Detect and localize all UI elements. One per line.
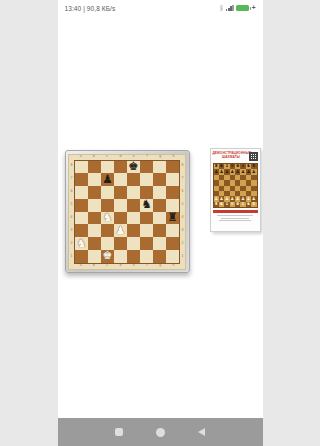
- black-rook: ♜: [167, 212, 177, 224]
- file-labels-bottom: abcdefgh: [74, 264, 180, 269]
- coord-label: 3: [71, 229, 73, 233]
- coord-label: 5: [182, 203, 184, 207]
- black-mini-piece: ♟: [241, 170, 245, 174]
- square-e6: [127, 186, 140, 199]
- status-icons: ᛒ +: [219, 5, 255, 12]
- square-h5: [166, 199, 179, 212]
- square-e8: ♚: [127, 161, 140, 174]
- phone-screen: 13:40 | 90,8 КБ/s ᛒ + abcdefgh 87654321 …: [58, 0, 263, 446]
- square-g4: [153, 212, 166, 225]
- square-c6: [101, 186, 114, 199]
- square-a6: [75, 186, 88, 199]
- rank-labels-right: 87654321: [180, 160, 185, 264]
- coord-label: b: [93, 264, 95, 268]
- white-mini-piece: ♟: [236, 197, 240, 201]
- square-h7: [166, 173, 179, 186]
- square-c7: ♟: [101, 173, 114, 186]
- coord-label: 4: [182, 216, 184, 220]
- square-b2: [88, 237, 101, 250]
- black-knight: ♞: [141, 199, 151, 211]
- coord-label: 7: [71, 177, 73, 181]
- coord-label: 4: [71, 216, 73, 220]
- square-b1: [88, 250, 101, 263]
- square-a3: [75, 224, 88, 237]
- white-knight: ♞: [102, 212, 112, 224]
- square-d3: ♟: [114, 224, 127, 237]
- home-button-icon[interactable]: [156, 428, 165, 437]
- coord-label: a: [80, 264, 82, 268]
- packaging-title-line2: ШАХМАТЫ: [213, 155, 250, 159]
- white-mini-piece: ♟: [246, 197, 250, 201]
- square-a1: [75, 250, 88, 263]
- square-g7: [153, 173, 166, 186]
- white-mini-piece: ♟: [225, 197, 229, 201]
- android-nav-bar: [58, 418, 263, 446]
- black-king: ♚: [128, 161, 138, 173]
- coord-label: g: [159, 264, 161, 268]
- coord-label: f: [146, 155, 147, 159]
- coord-label: c: [106, 155, 108, 159]
- coord-label: f: [146, 264, 147, 268]
- square-a5: [75, 199, 88, 212]
- square-b7: [88, 173, 101, 186]
- square-f7: [140, 173, 153, 186]
- coord-label: 3: [182, 229, 184, 233]
- coord-label: a: [80, 155, 82, 159]
- coord-label: c: [106, 264, 108, 268]
- coord-label: e: [133, 264, 135, 268]
- black-mini-piece: ♞: [220, 164, 224, 168]
- coord-label: g: [159, 155, 161, 159]
- demo-chess-board-photo[interactable]: abcdefgh 87654321 ♚♟♞♞♜♟♞♚ 87654321 abcd…: [65, 150, 190, 273]
- back-button-icon[interactable]: [198, 428, 205, 436]
- black-mini-piece: ♜: [252, 164, 256, 168]
- white-mini-piece: ♚: [236, 202, 240, 206]
- bluetooth-icon: ᛒ: [219, 5, 223, 12]
- square-b3: [88, 224, 101, 237]
- black-mini-piece: ♚: [236, 164, 240, 168]
- square-c4: ♞: [101, 212, 114, 225]
- square-e7: [127, 173, 140, 186]
- white-mini-piece: ♜: [252, 202, 256, 206]
- black-mini-piece: ♟: [214, 170, 218, 174]
- square-d1: [114, 250, 127, 263]
- coord-label: 2: [182, 242, 184, 246]
- white-pawn: ♟: [115, 224, 125, 236]
- coord-label: 8: [71, 164, 73, 168]
- signal-icon: [226, 5, 234, 11]
- square-e3: [127, 224, 140, 237]
- square-d2: [114, 237, 127, 250]
- product-packaging-photo[interactable]: ДЕМОНСТРАЦИОННЫЕ ШАХМАТЫ ♜♞♝♛♚♝♞♜♟♟♟♟♟♟♟…: [210, 148, 261, 232]
- mini-square: ♜: [251, 202, 256, 207]
- battery-icon: [236, 5, 249, 12]
- status-time-and-speed: 13:40 | 90,8 КБ/s: [65, 5, 116, 12]
- coord-label: 2: [71, 242, 73, 246]
- coord-label: 1: [182, 255, 184, 259]
- white-mini-piece: ♝: [225, 202, 229, 206]
- black-mini-piece: ♟: [230, 170, 234, 174]
- chess-board-grid: ♚♟♞♞♜♟♞♚: [74, 160, 180, 264]
- black-mini-piece: ♝: [241, 164, 245, 168]
- square-e4: [127, 212, 140, 225]
- square-f4: [140, 212, 153, 225]
- qr-code-icon: [249, 152, 258, 161]
- white-mini-piece: ♝: [241, 202, 245, 206]
- coord-label: b: [93, 155, 95, 159]
- black-mini-piece: ♞: [246, 164, 250, 168]
- square-c1: ♚: [101, 250, 114, 263]
- square-g2: [153, 237, 166, 250]
- square-b5: [88, 199, 101, 212]
- square-e5: [127, 199, 140, 212]
- coord-label: d: [119, 155, 121, 159]
- white-mini-piece: ♜: [214, 202, 218, 206]
- black-mini-piece: ♜: [214, 164, 218, 168]
- square-h8: [166, 161, 179, 174]
- coord-label: 5: [71, 203, 73, 207]
- white-mini-piece: ♟: [241, 197, 245, 201]
- square-f8: [140, 161, 153, 174]
- packaging-header: ДЕМОНСТРАЦИОННЫЕ ШАХМАТЫ: [213, 151, 258, 162]
- packaging-red-stripe: [213, 210, 258, 213]
- black-mini-piece: ♟: [220, 170, 224, 174]
- square-b4: [88, 212, 101, 225]
- plus-icon: +: [252, 5, 256, 12]
- square-g3: [153, 224, 166, 237]
- square-g5: [153, 199, 166, 212]
- coord-label: 1: [71, 255, 73, 259]
- square-h3: [166, 224, 179, 237]
- square-g6: [153, 186, 166, 199]
- black-pawn: ♟: [102, 173, 112, 185]
- white-mini-piece: ♛: [230, 202, 234, 206]
- square-a8: [75, 161, 88, 174]
- white-mini-piece: ♟: [214, 197, 218, 201]
- square-c3: [101, 224, 114, 237]
- white-king: ♚: [102, 250, 112, 262]
- coord-label: 6: [182, 190, 184, 194]
- square-a2: ♞: [75, 237, 88, 250]
- square-f1: [140, 250, 153, 263]
- square-d8: [114, 161, 127, 174]
- square-h2: [166, 237, 179, 250]
- square-c8: [101, 161, 114, 174]
- square-d6: [114, 186, 127, 199]
- recents-button-icon[interactable]: [115, 428, 123, 436]
- square-f6: [140, 186, 153, 199]
- black-mini-piece: ♟: [225, 170, 229, 174]
- packaging-fine-print: [213, 215, 258, 221]
- coord-label: h: [172, 264, 174, 268]
- square-d5: [114, 199, 127, 212]
- square-e1: [127, 250, 140, 263]
- square-f5: ♞: [140, 199, 153, 212]
- black-mini-piece: ♛: [230, 164, 234, 168]
- black-mini-piece: ♟: [252, 170, 256, 174]
- white-mini-piece: ♞: [220, 202, 224, 206]
- white-knight: ♞: [76, 237, 86, 249]
- status-bar: 13:40 | 90,8 КБ/s ᛒ +: [58, 0, 263, 16]
- coord-label: 6: [71, 190, 73, 194]
- black-mini-piece: ♟: [236, 170, 240, 174]
- square-b6: [88, 186, 101, 199]
- square-f3: [140, 224, 153, 237]
- square-h1: [166, 250, 179, 263]
- coord-label: 8: [182, 164, 184, 168]
- white-mini-piece: ♟: [220, 197, 224, 201]
- white-mini-piece: ♟: [252, 197, 256, 201]
- black-mini-piece: ♝: [225, 164, 229, 168]
- board-margin: abcdefgh 87654321 ♚♟♞♞♜♟♞♚ 87654321 abcd…: [68, 154, 186, 270]
- packaging-mini-chess-board: ♜♞♝♛♚♝♞♜♟♟♟♟♟♟♟♟♟♟♟♟♟♟♟♟♜♞♝♛♚♝♞♜: [213, 163, 258, 208]
- white-mini-piece: ♟: [230, 197, 234, 201]
- packaging-title: ДЕМОНСТРАЦИОННЫЕ ШАХМАТЫ: [213, 151, 250, 159]
- square-h6: [166, 186, 179, 199]
- square-d4: [114, 212, 127, 225]
- square-c5: [101, 199, 114, 212]
- square-e2: [127, 237, 140, 250]
- square-h4: ♜: [166, 212, 179, 225]
- coord-label: h: [172, 155, 174, 159]
- coord-label: e: [133, 155, 135, 159]
- square-a7: [75, 173, 88, 186]
- square-d7: [114, 173, 127, 186]
- square-a4: [75, 212, 88, 225]
- square-b8: [88, 161, 101, 174]
- white-mini-piece: ♞: [246, 202, 250, 206]
- aluminum-frame: abcdefgh 87654321 ♚♟♞♞♜♟♞♚ 87654321 abcd…: [65, 150, 190, 273]
- coord-label: 7: [182, 177, 184, 181]
- square-g8: [153, 161, 166, 174]
- square-c2: [101, 237, 114, 250]
- black-mini-piece: ♟: [246, 170, 250, 174]
- square-f2: [140, 237, 153, 250]
- coord-label: d: [119, 264, 121, 268]
- square-g1: [153, 250, 166, 263]
